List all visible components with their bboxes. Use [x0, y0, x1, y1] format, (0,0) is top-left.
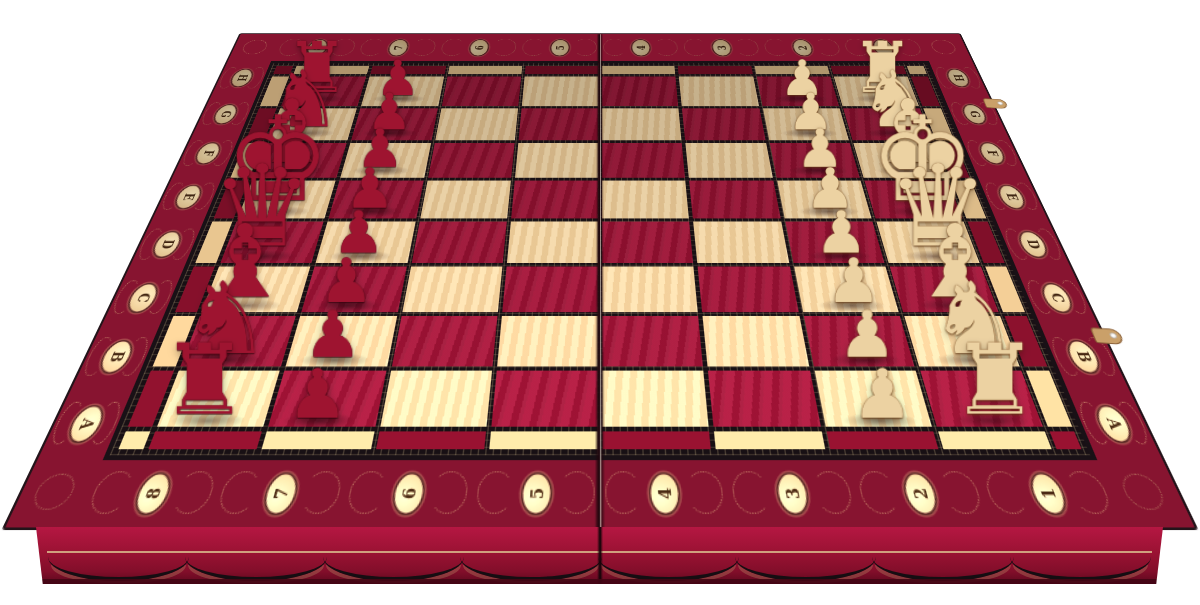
coordinate-medallion: B	[1065, 342, 1103, 373]
swirl-ornament	[169, 229, 198, 260]
swirl-ornament	[87, 401, 125, 444]
rank-label-1: 1	[973, 460, 1126, 527]
border-strip-cell	[678, 66, 753, 74]
clasp-hole	[1109, 333, 1118, 339]
swirl-ornament	[277, 39, 306, 56]
square-B6[interactable]	[391, 316, 497, 367]
swirl-ornament	[329, 39, 357, 56]
swirl-ornament	[492, 39, 517, 56]
clasp-hook-icon	[983, 98, 1009, 109]
swirl-ornament	[685, 472, 724, 514]
rank-label-1: 1	[838, 34, 929, 61]
swirl-ornament	[80, 337, 116, 375]
rank-label-2: 2	[759, 34, 847, 61]
square-H6[interactable]	[441, 76, 521, 105]
swirl-ornament	[654, 39, 678, 56]
swirl-ornament	[428, 472, 469, 514]
coordinate-medallion: 7	[387, 40, 408, 56]
rank-label-6: 6	[436, 34, 521, 61]
rank-label-3: 3	[724, 460, 863, 527]
rank-label-8: 8	[74, 460, 227, 527]
rank-label-3: 3	[679, 34, 764, 61]
swirl-ornament	[574, 39, 597, 56]
border-strip-cell	[273, 66, 293, 74]
coordinate-medallion: B	[97, 342, 135, 373]
swirl-ornament	[145, 280, 177, 314]
border-strip-cell	[119, 431, 151, 449]
swirl-ornament	[734, 39, 760, 56]
square-H7[interactable]	[361, 76, 443, 105]
border-strip-cell	[714, 431, 824, 449]
garland-arc	[872, 557, 1013, 581]
piece-red-rook-a8[interactable]: ♜	[161, 332, 249, 430]
file-label-C: C	[1017, 270, 1099, 326]
square-F3[interactable]	[686, 143, 773, 178]
coordinate-medallion: 1	[1027, 474, 1068, 513]
square-G5[interactable]	[518, 108, 598, 140]
coordinate-medallion: D	[150, 232, 183, 257]
square-E4[interactable]	[602, 181, 689, 219]
coordinate-medallion: A	[1093, 407, 1134, 442]
front-fold-seam	[597, 527, 603, 584]
square-D4[interactable]	[602, 222, 693, 264]
border-strip-cell	[831, 66, 907, 74]
square-C3[interactable]	[698, 266, 798, 312]
coordinate-medallion: 3	[775, 474, 808, 513]
garland-arc	[323, 557, 464, 581]
square-D3[interactable]	[693, 222, 788, 264]
swirl-ornament	[169, 472, 219, 514]
coordinate-medallion: 3	[712, 40, 732, 56]
swirl-ornament	[1075, 401, 1113, 444]
swirl-ornament	[683, 39, 708, 56]
border-strip-cell	[262, 431, 374, 449]
garland-arc	[185, 557, 326, 581]
swirl-ornament	[240, 40, 269, 54]
chess-board: 87654321 87654321 HGFEDCBA HGFEDCBA ♜♟♟♜…	[1, 33, 1198, 530]
square-H1[interactable]	[834, 76, 919, 105]
square-G4[interactable]	[602, 108, 682, 140]
border-strip-cell	[370, 66, 445, 74]
swirl-ornament	[1118, 474, 1170, 510]
file-label-C: C	[101, 270, 183, 326]
square-H2[interactable]	[756, 76, 838, 105]
swirl-ornament	[135, 229, 165, 260]
swirl-ornament	[1114, 401, 1153, 444]
border-strip-cell	[375, 431, 485, 449]
square-C4[interactable]	[602, 266, 698, 312]
swirl-ornament	[118, 337, 152, 375]
square-C6[interactable]	[402, 266, 502, 312]
swirl-ornament	[558, 472, 595, 514]
coordinate-medallion: 8	[306, 40, 329, 56]
square-H8[interactable]	[281, 76, 366, 105]
coordinate-medallion: 2	[791, 40, 812, 56]
rank-label-7: 7	[353, 34, 441, 61]
rank-labels-bottom: 87654321	[74, 460, 1125, 527]
square-G1[interactable]	[843, 108, 932, 140]
swirl-ornament	[814, 39, 842, 56]
square-G7[interactable]	[351, 108, 437, 140]
rank-label-7: 7	[206, 460, 352, 527]
garland-arc	[598, 557, 739, 581]
swirl-ornament	[522, 39, 546, 56]
clasp-hook-icon	[1090, 328, 1125, 345]
square-B3[interactable]	[703, 316, 809, 367]
square-A3[interactable]	[708, 371, 820, 427]
rank-label-2: 2	[849, 460, 995, 527]
garland-arc	[1010, 557, 1151, 581]
square-E5[interactable]	[511, 181, 598, 219]
rank-label-5: 5	[469, 460, 600, 527]
border-strip-cell	[938, 431, 1052, 449]
square-B4[interactable]	[602, 316, 703, 367]
file-label-B: B	[71, 326, 159, 389]
swirl-ornament	[603, 39, 626, 56]
border-strip-cell	[1050, 431, 1082, 449]
frame-corner	[5, 460, 102, 527]
square-A4[interactable]	[602, 371, 709, 427]
square-G2[interactable]	[763, 108, 849, 140]
coordinate-medallion: 2	[901, 474, 938, 513]
coordinate-medallion: 1	[871, 40, 894, 56]
swirl-ornament	[1002, 229, 1031, 260]
swirl-ornament	[1034, 229, 1064, 260]
chess-set-photo: 87654321 87654321 HGFEDCBA HGFEDCBA ♜♟♟♜…	[0, 0, 1200, 605]
swirl-ornament	[894, 39, 923, 56]
rank-label-5: 5	[518, 34, 600, 61]
piece-natural-pawn-a2[interactable]: ♟	[851, 361, 912, 429]
swirl-ornament	[85, 472, 138, 514]
swirl-ornament	[475, 472, 514, 514]
board-front-edge	[36, 527, 1163, 584]
coordinate-medallion: C	[1040, 284, 1075, 311]
square-H5[interactable]	[522, 76, 599, 105]
rank-label-6: 6	[337, 460, 476, 527]
border-strip-cell	[148, 431, 262, 449]
square-A6[interactable]	[380, 371, 492, 427]
square-F5[interactable]	[515, 143, 598, 178]
file-label-A: A	[37, 389, 132, 460]
square-A5[interactable]	[491, 371, 598, 427]
swirl-ornament	[731, 472, 772, 514]
swirl-ornament	[763, 39, 789, 56]
coordinate-medallion: D	[1017, 232, 1050, 257]
swirl-ornament	[47, 401, 86, 444]
garland-arc	[48, 557, 189, 581]
swirl-ornament	[28, 474, 80, 510]
swirl-ornament	[843, 39, 871, 56]
garland-arc	[735, 557, 876, 581]
swirl-ornament	[929, 40, 958, 54]
border-strip-cell	[293, 66, 369, 74]
swirl-ornament	[299, 472, 344, 514]
border-strip-cell	[448, 66, 523, 74]
swirl-ornament	[811, 472, 855, 514]
border-strip-cell	[754, 66, 829, 74]
swirl-ornament	[109, 280, 142, 314]
border-strip-cell	[907, 66, 927, 74]
square-F4[interactable]	[602, 143, 685, 178]
square-D6[interactable]	[411, 222, 506, 264]
square-F2[interactable]	[769, 143, 859, 178]
front-bottom-edge	[36, 579, 1163, 584]
swirl-ornament	[982, 472, 1032, 514]
border-strip-cell	[602, 66, 676, 74]
piece-natural-rook-a1[interactable]: ♜	[951, 332, 1039, 430]
coordinate-medallion: A	[66, 407, 107, 442]
file-label-A: A	[1067, 389, 1162, 460]
coordinate-medallion: 6	[469, 40, 489, 56]
border-strip-cell	[525, 66, 599, 74]
coordinate-medallion: 5	[551, 40, 569, 56]
border-strip-cell	[602, 431, 711, 449]
rank-label-4: 4	[600, 460, 731, 527]
coordinate-medallion: 8	[132, 474, 173, 513]
square-G8[interactable]	[268, 108, 357, 140]
square-H3[interactable]	[679, 76, 759, 105]
swirl-ornament	[936, 472, 984, 514]
coordinate-medallion: 7	[262, 474, 299, 513]
square-H4[interactable]	[602, 76, 679, 105]
swirl-ornament	[215, 472, 263, 514]
square-E3[interactable]	[689, 181, 780, 219]
swirl-ornament	[345, 472, 389, 514]
garland-arc	[460, 557, 601, 581]
square-E6[interactable]	[420, 181, 511, 219]
rank-label-8: 8	[271, 34, 362, 61]
swirl-ornament	[1062, 472, 1115, 514]
square-G6[interactable]	[435, 108, 518, 140]
square-F7[interactable]	[340, 143, 430, 178]
square-F6[interactable]	[428, 143, 515, 178]
clasp-hole	[997, 101, 1004, 105]
square-B5[interactable]	[497, 316, 598, 367]
swirl-ornament	[358, 39, 386, 56]
swirl-ornament	[411, 39, 437, 56]
swirl-ornament	[856, 472, 901, 514]
coordinate-medallion: 5	[521, 474, 550, 513]
square-D5[interactable]	[507, 222, 598, 264]
swirl-ornament	[1048, 337, 1082, 375]
border-strip-cell	[489, 431, 598, 449]
coordinate-medallion: 4	[650, 474, 679, 513]
border-strip-cell	[826, 431, 938, 449]
frame-corner	[1097, 460, 1194, 527]
square-G3[interactable]	[682, 108, 765, 140]
coordinate-medallion: C	[125, 284, 160, 311]
swirl-ornament	[605, 472, 642, 514]
square-C5[interactable]	[502, 266, 598, 312]
coordinate-medallion: 4	[632, 40, 650, 56]
coordinate-medallion: 6	[391, 474, 424, 513]
swirl-ornament	[1024, 280, 1056, 314]
rank-label-4: 4	[600, 34, 682, 61]
piece-red-pawn-a7[interactable]: ♟	[287, 361, 348, 429]
swirl-ornament	[440, 39, 466, 56]
swirl-ornament	[1058, 280, 1091, 314]
